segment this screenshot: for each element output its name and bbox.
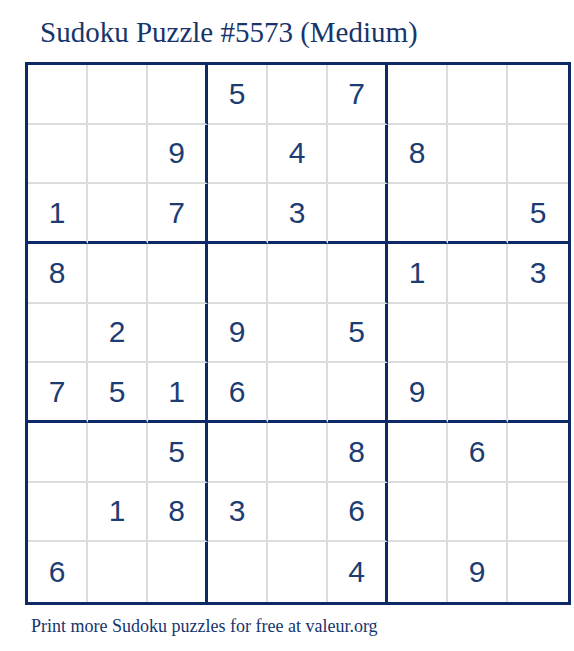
cell-r1c8 (448, 65, 508, 125)
cell-r7c2 (88, 423, 148, 483)
cell-r7c9 (508, 423, 568, 483)
cell-r1c1 (28, 65, 88, 125)
cell-r1c6: 7 (328, 65, 388, 125)
cell-r8c5 (268, 483, 328, 543)
cell-r7c7 (388, 423, 448, 483)
cell-r9c1: 6 (28, 542, 88, 602)
cell-r6c8 (448, 363, 508, 423)
cell-r2c8 (448, 125, 508, 185)
cell-r3c6 (328, 184, 388, 244)
sudoku-board: 579481735813295751695861836649 (25, 62, 571, 605)
cell-r2c4 (208, 125, 268, 185)
cell-r8c9 (508, 483, 568, 543)
cell-r5c9 (508, 304, 568, 364)
cell-r2c6 (328, 125, 388, 185)
cell-r9c6: 4 (328, 542, 388, 602)
cell-r3c9: 5 (508, 184, 568, 244)
cell-r8c6: 6 (328, 483, 388, 543)
cell-r5c4: 9 (208, 304, 268, 364)
cell-r1c4: 5 (208, 65, 268, 125)
cell-r8c1 (28, 483, 88, 543)
cell-r9c2 (88, 542, 148, 602)
cell-r9c5 (268, 542, 328, 602)
cell-r3c8 (448, 184, 508, 244)
cell-r4c1: 8 (28, 244, 88, 304)
cell-r3c3: 7 (148, 184, 208, 244)
cell-r5c5 (268, 304, 328, 364)
cell-r4c2 (88, 244, 148, 304)
cell-r3c5: 3 (268, 184, 328, 244)
cell-r3c7 (388, 184, 448, 244)
cell-r4c9: 3 (508, 244, 568, 304)
page-title: Sudoku Puzzle #5573 (Medium) (40, 18, 418, 47)
cell-r4c7: 1 (388, 244, 448, 304)
cell-r3c2 (88, 184, 148, 244)
cell-r1c5 (268, 65, 328, 125)
cell-r3c4 (208, 184, 268, 244)
cell-r9c8: 9 (448, 542, 508, 602)
cell-r2c1 (28, 125, 88, 185)
cell-r7c3: 5 (148, 423, 208, 483)
cell-r7c1 (28, 423, 88, 483)
cell-r9c4 (208, 542, 268, 602)
cell-r2c7: 8 (388, 125, 448, 185)
cell-r8c3: 8 (148, 483, 208, 543)
sudoku-page: Sudoku Puzzle #5573 (Medium) 57948173581… (0, 0, 574, 651)
cell-r5c8 (448, 304, 508, 364)
cell-r8c7 (388, 483, 448, 543)
cell-r4c6 (328, 244, 388, 304)
cell-r6c5 (268, 363, 328, 423)
cell-r8c4: 3 (208, 483, 268, 543)
cell-r2c5: 4 (268, 125, 328, 185)
cell-r5c6: 5 (328, 304, 388, 364)
cell-r6c9 (508, 363, 568, 423)
cell-r8c2: 1 (88, 483, 148, 543)
cell-r6c2: 5 (88, 363, 148, 423)
cell-r1c9 (508, 65, 568, 125)
cell-r6c6 (328, 363, 388, 423)
cell-r9c3 (148, 542, 208, 602)
cell-r7c6: 8 (328, 423, 388, 483)
cell-r9c9 (508, 542, 568, 602)
cell-r1c2 (88, 65, 148, 125)
cell-r4c8 (448, 244, 508, 304)
cell-r3c1: 1 (28, 184, 88, 244)
cell-r5c7 (388, 304, 448, 364)
cell-r6c7: 9 (388, 363, 448, 423)
cell-r4c3 (148, 244, 208, 304)
cell-r8c8 (448, 483, 508, 543)
cell-r2c2 (88, 125, 148, 185)
cell-r5c2: 2 (88, 304, 148, 364)
cell-r4c5 (268, 244, 328, 304)
footer-text: Print more Sudoku puzzles for free at va… (31, 616, 378, 638)
cell-r4c4 (208, 244, 268, 304)
cell-r2c3: 9 (148, 125, 208, 185)
cell-r2c9 (508, 125, 568, 185)
cell-r6c3: 1 (148, 363, 208, 423)
cell-r5c1 (28, 304, 88, 364)
cell-r6c4: 6 (208, 363, 268, 423)
cell-r7c4 (208, 423, 268, 483)
cell-r9c7 (388, 542, 448, 602)
cell-r1c7 (388, 65, 448, 125)
cell-r7c5 (268, 423, 328, 483)
cell-r7c8: 6 (448, 423, 508, 483)
cell-r5c3 (148, 304, 208, 364)
cell-r6c1: 7 (28, 363, 88, 423)
cell-r1c3 (148, 65, 208, 125)
